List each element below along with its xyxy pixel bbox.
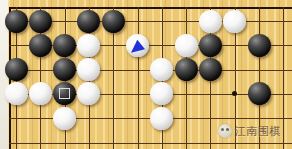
black-stone bbox=[29, 10, 52, 33]
watermark-text: 江南围棋 bbox=[235, 126, 281, 137]
blue-triangle-marker-icon bbox=[131, 40, 145, 53]
square-marker-icon bbox=[59, 88, 70, 99]
white-stone bbox=[53, 107, 76, 130]
black-stone bbox=[5, 58, 28, 81]
black-stone bbox=[5, 10, 28, 33]
board-frame-line bbox=[9, 7, 292, 9]
black-stone bbox=[199, 58, 222, 81]
white-stone bbox=[5, 82, 28, 105]
black-stone bbox=[102, 10, 125, 33]
grid-line-v bbox=[138, 7, 139, 149]
white-stone bbox=[126, 34, 149, 57]
white-stone bbox=[150, 107, 173, 130]
watermark: 江南围棋 bbox=[218, 119, 292, 143]
black-stone bbox=[29, 34, 52, 57]
watermark-badge-icon bbox=[218, 124, 232, 138]
black-stone bbox=[248, 34, 271, 57]
black-stone bbox=[77, 10, 100, 33]
black-stone bbox=[248, 82, 271, 105]
grid-line-h bbox=[9, 143, 292, 144]
white-stone bbox=[223, 10, 246, 33]
white-stone bbox=[199, 10, 222, 33]
black-stone bbox=[175, 58, 198, 81]
white-stone bbox=[175, 34, 198, 57]
black-stone bbox=[53, 34, 76, 57]
black-stone bbox=[199, 34, 222, 57]
go-diagram: 江南围棋 bbox=[0, 0, 292, 149]
